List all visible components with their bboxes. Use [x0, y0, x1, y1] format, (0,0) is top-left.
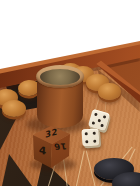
cube-value-right: 16	[49, 142, 71, 151]
die-pip	[94, 113, 98, 117]
die-pip	[100, 124, 104, 128]
die-pip	[92, 121, 96, 125]
die-pip	[85, 140, 88, 143]
die-pip	[85, 132, 88, 135]
dice-cup[interactable]	[36, 65, 84, 129]
cup-interior	[40, 69, 80, 85]
die-2[interactable]	[81, 128, 99, 146]
die-pip	[97, 118, 101, 122]
doubling-cube[interactable]: 32 4 16	[30, 123, 74, 171]
checker-light[interactable]	[98, 83, 121, 100]
checker-light[interactable]	[2, 100, 26, 117]
die-pip	[103, 115, 107, 119]
die-pip	[93, 132, 96, 135]
die-pip	[93, 140, 96, 143]
backgammon-case-photo: 32 4 16	[0, 0, 140, 186]
